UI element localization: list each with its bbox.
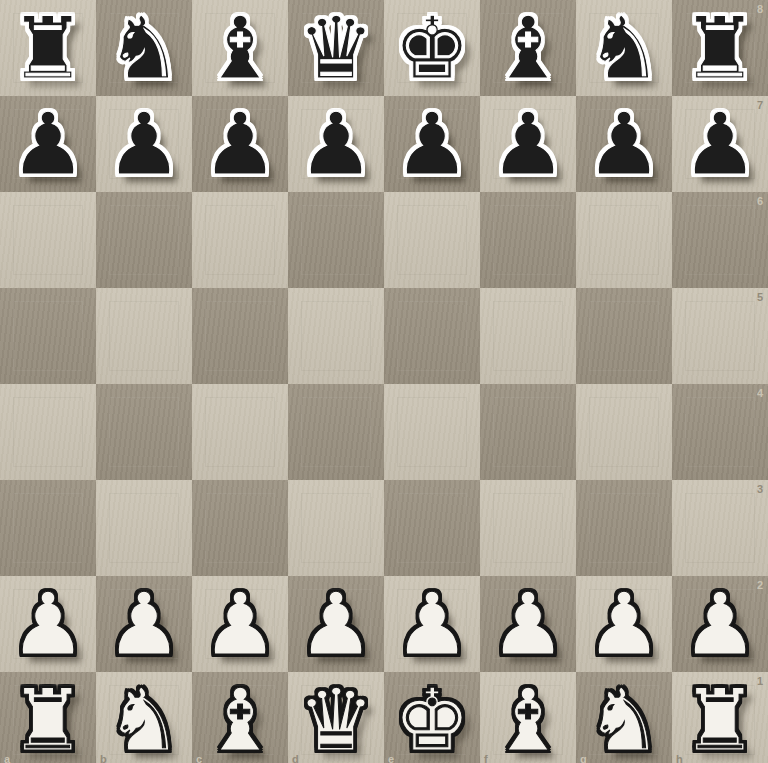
square-h3[interactable]: 3 bbox=[672, 480, 768, 576]
square-f6[interactable] bbox=[480, 192, 576, 288]
square-b7[interactable]: ♟ bbox=[96, 96, 192, 192]
square-b5[interactable] bbox=[96, 288, 192, 384]
square-d6[interactable] bbox=[288, 192, 384, 288]
square-h4[interactable]: 4 bbox=[672, 384, 768, 480]
square-f3[interactable] bbox=[480, 480, 576, 576]
white-pawn-piece[interactable]: ♟ bbox=[480, 576, 576, 672]
black-knight-piece[interactable]: ♞ bbox=[576, 0, 672, 96]
square-g8[interactable]: ♞ bbox=[576, 0, 672, 96]
chess-board: ♜♞♝♛♚♝♞♜8♟♟♟♟♟♟♟♟76543♟♟♟♟♟♟♟♟2♜a♞b♝c♛d♚… bbox=[0, 0, 768, 763]
black-pawn-piece[interactable]: ♟ bbox=[384, 96, 480, 192]
square-h2[interactable]: ♟2 bbox=[672, 576, 768, 672]
square-a1[interactable]: ♜a bbox=[0, 672, 96, 763]
square-c1[interactable]: ♝c bbox=[192, 672, 288, 763]
white-pawn-piece[interactable]: ♟ bbox=[288, 576, 384, 672]
rank-label-5: 5 bbox=[757, 292, 763, 303]
square-g6[interactable] bbox=[576, 192, 672, 288]
black-pawn-piece[interactable]: ♟ bbox=[288, 96, 384, 192]
square-h7[interactable]: ♟7 bbox=[672, 96, 768, 192]
square-e1[interactable]: ♚e bbox=[384, 672, 480, 763]
square-d5[interactable] bbox=[288, 288, 384, 384]
black-king-piece[interactable]: ♚ bbox=[384, 0, 480, 96]
square-f7[interactable]: ♟ bbox=[480, 96, 576, 192]
square-e5[interactable] bbox=[384, 288, 480, 384]
rank-label-3: 3 bbox=[757, 484, 763, 495]
white-pawn-piece[interactable]: ♟ bbox=[576, 576, 672, 672]
black-bishop-piece[interactable]: ♝ bbox=[192, 0, 288, 96]
square-a4[interactable] bbox=[0, 384, 96, 480]
square-a6[interactable] bbox=[0, 192, 96, 288]
black-rook-piece[interactable]: ♜ bbox=[672, 0, 768, 96]
square-g5[interactable] bbox=[576, 288, 672, 384]
square-f2[interactable]: ♟ bbox=[480, 576, 576, 672]
square-e2[interactable]: ♟ bbox=[384, 576, 480, 672]
square-c5[interactable] bbox=[192, 288, 288, 384]
square-f1[interactable]: ♝f bbox=[480, 672, 576, 763]
black-pawn-piece[interactable]: ♟ bbox=[96, 96, 192, 192]
square-c3[interactable] bbox=[192, 480, 288, 576]
square-e8[interactable]: ♚ bbox=[384, 0, 480, 96]
square-f5[interactable] bbox=[480, 288, 576, 384]
black-pawn-piece[interactable]: ♟ bbox=[192, 96, 288, 192]
white-king-piece[interactable]: ♚ bbox=[384, 672, 480, 763]
square-b3[interactable] bbox=[96, 480, 192, 576]
square-e6[interactable] bbox=[384, 192, 480, 288]
white-knight-piece[interactable]: ♞ bbox=[96, 672, 192, 763]
square-h8[interactable]: ♜8 bbox=[672, 0, 768, 96]
square-g3[interactable] bbox=[576, 480, 672, 576]
square-g7[interactable]: ♟ bbox=[576, 96, 672, 192]
square-d1[interactable]: ♛d bbox=[288, 672, 384, 763]
white-rook-piece[interactable]: ♜ bbox=[672, 672, 768, 763]
square-b4[interactable] bbox=[96, 384, 192, 480]
white-bishop-piece[interactable]: ♝ bbox=[192, 672, 288, 763]
square-h6[interactable]: 6 bbox=[672, 192, 768, 288]
rank-label-4: 4 bbox=[757, 388, 763, 399]
square-d7[interactable]: ♟ bbox=[288, 96, 384, 192]
square-c6[interactable] bbox=[192, 192, 288, 288]
white-pawn-piece[interactable]: ♟ bbox=[672, 576, 768, 672]
square-h1[interactable]: ♜1h bbox=[672, 672, 768, 763]
white-bishop-piece[interactable]: ♝ bbox=[480, 672, 576, 763]
square-b6[interactable] bbox=[96, 192, 192, 288]
rank-label-6: 6 bbox=[757, 196, 763, 207]
square-e7[interactable]: ♟ bbox=[384, 96, 480, 192]
black-bishop-piece[interactable]: ♝ bbox=[480, 0, 576, 96]
square-d4[interactable] bbox=[288, 384, 384, 480]
white-pawn-piece[interactable]: ♟ bbox=[96, 576, 192, 672]
square-c8[interactable]: ♝ bbox=[192, 0, 288, 96]
black-pawn-piece[interactable]: ♟ bbox=[672, 96, 768, 192]
white-pawn-piece[interactable]: ♟ bbox=[192, 576, 288, 672]
square-b2[interactable]: ♟ bbox=[96, 576, 192, 672]
white-rook-piece[interactable]: ♜ bbox=[0, 672, 96, 763]
square-d8[interactable]: ♛ bbox=[288, 0, 384, 96]
white-queen-piece[interactable]: ♛ bbox=[288, 672, 384, 763]
square-b1[interactable]: ♞b bbox=[96, 672, 192, 763]
square-c4[interactable] bbox=[192, 384, 288, 480]
black-knight-piece[interactable]: ♞ bbox=[96, 0, 192, 96]
square-g4[interactable] bbox=[576, 384, 672, 480]
square-g2[interactable]: ♟ bbox=[576, 576, 672, 672]
square-c2[interactable]: ♟ bbox=[192, 576, 288, 672]
square-e3[interactable] bbox=[384, 480, 480, 576]
square-d2[interactable]: ♟ bbox=[288, 576, 384, 672]
black-pawn-piece[interactable]: ♟ bbox=[0, 96, 96, 192]
square-g1[interactable]: ♞g bbox=[576, 672, 672, 763]
square-f8[interactable]: ♝ bbox=[480, 0, 576, 96]
square-a2[interactable]: ♟ bbox=[0, 576, 96, 672]
white-knight-piece[interactable]: ♞ bbox=[576, 672, 672, 763]
black-pawn-piece[interactable]: ♟ bbox=[480, 96, 576, 192]
square-e4[interactable] bbox=[384, 384, 480, 480]
black-queen-piece[interactable]: ♛ bbox=[288, 0, 384, 96]
square-f4[interactable] bbox=[480, 384, 576, 480]
square-d3[interactable] bbox=[288, 480, 384, 576]
square-h5[interactable]: 5 bbox=[672, 288, 768, 384]
square-a3[interactable] bbox=[0, 480, 96, 576]
white-pawn-piece[interactable]: ♟ bbox=[0, 576, 96, 672]
square-b8[interactable]: ♞ bbox=[96, 0, 192, 96]
white-pawn-piece[interactable]: ♟ bbox=[384, 576, 480, 672]
square-c7[interactable]: ♟ bbox=[192, 96, 288, 192]
square-a8[interactable]: ♜ bbox=[0, 0, 96, 96]
square-a7[interactable]: ♟ bbox=[0, 96, 96, 192]
square-a5[interactable] bbox=[0, 288, 96, 384]
black-pawn-piece[interactable]: ♟ bbox=[576, 96, 672, 192]
black-rook-piece[interactable]: ♜ bbox=[0, 0, 96, 96]
